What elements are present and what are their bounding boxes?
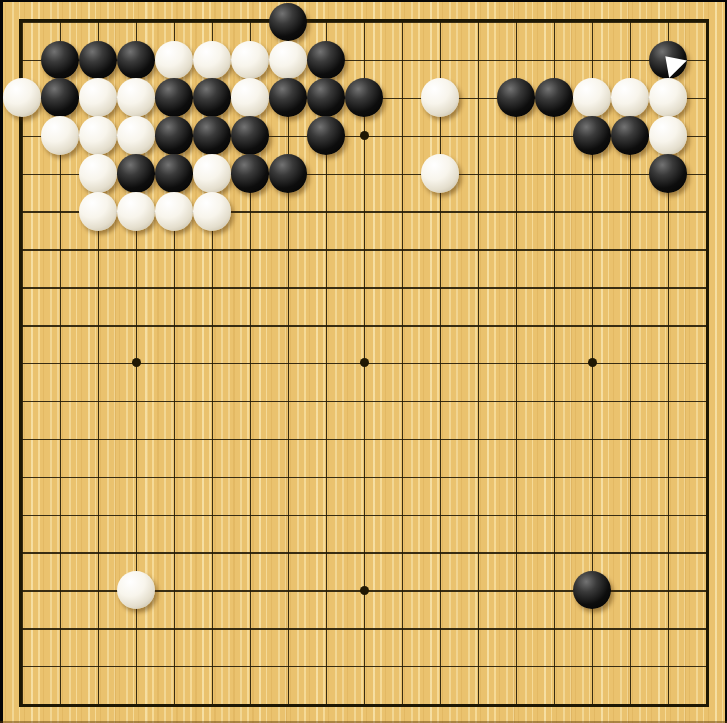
intersection-J9[interactable]: [307, 382, 345, 420]
intersection-M3[interactable]: [421, 609, 459, 647]
intersection-L4[interactable]: [383, 571, 421, 609]
intersection-B4[interactable]: [41, 571, 79, 609]
intersection-Q6[interactable]: [573, 495, 611, 533]
intersection-C19[interactable]: [79, 3, 117, 41]
intersection-G3[interactable]: [231, 609, 269, 647]
intersection-L18[interactable]: [383, 41, 421, 79]
intersection-G5[interactable]: [231, 533, 269, 571]
intersection-C7[interactable]: [79, 458, 117, 496]
intersection-M9[interactable]: [421, 382, 459, 420]
intersection-N8[interactable]: [459, 420, 497, 458]
intersection-D19[interactable]: [117, 3, 155, 41]
intersection-S6[interactable]: [649, 495, 687, 533]
intersection-D11[interactable]: [117, 306, 155, 344]
intersection-R5[interactable]: [611, 533, 649, 571]
intersection-G10[interactable]: [231, 344, 269, 382]
intersection-S15[interactable]: [649, 155, 687, 193]
intersection-H12[interactable]: [269, 268, 307, 306]
intersection-D1[interactable]: [117, 685, 155, 723]
intersection-L19[interactable]: [383, 3, 421, 41]
intersection-R14[interactable]: [611, 192, 649, 230]
intersection-N15[interactable]: [459, 155, 497, 193]
intersection-E19[interactable]: [155, 3, 193, 41]
intersection-N4[interactable]: [459, 571, 497, 609]
intersection-O8[interactable]: [497, 420, 535, 458]
intersection-T6[interactable]: [687, 495, 725, 533]
intersection-C16[interactable]: [79, 117, 117, 155]
intersection-F13[interactable]: [193, 230, 231, 268]
intersection-H9[interactable]: [269, 382, 307, 420]
intersection-Q4[interactable]: [573, 571, 611, 609]
intersection-O7[interactable]: [497, 458, 535, 496]
intersection-K17[interactable]: [345, 79, 383, 117]
intersection-O9[interactable]: [497, 382, 535, 420]
intersection-T4[interactable]: [687, 571, 725, 609]
intersection-C3[interactable]: [79, 609, 117, 647]
intersection-G18[interactable]: [231, 41, 269, 79]
intersection-L6[interactable]: [383, 495, 421, 533]
intersection-H10[interactable]: [269, 344, 307, 382]
intersection-K14[interactable]: [345, 192, 383, 230]
intersection-O4[interactable]: [497, 571, 535, 609]
intersection-A10[interactable]: [3, 344, 41, 382]
intersection-R12[interactable]: [611, 268, 649, 306]
intersection-K5[interactable]: [345, 533, 383, 571]
intersection-T1[interactable]: [687, 685, 725, 723]
intersection-D16[interactable]: [117, 117, 155, 155]
intersection-P14[interactable]: [535, 192, 573, 230]
intersection-P4[interactable]: [535, 571, 573, 609]
intersection-R7[interactable]: [611, 458, 649, 496]
intersection-H19[interactable]: [269, 3, 307, 41]
intersection-A3[interactable]: [3, 609, 41, 647]
intersection-M17[interactable]: [421, 79, 459, 117]
intersection-C8[interactable]: [79, 420, 117, 458]
intersection-R2[interactable]: [611, 647, 649, 685]
intersection-H14[interactable]: [269, 192, 307, 230]
intersection-A4[interactable]: [3, 571, 41, 609]
intersection-H8[interactable]: [269, 420, 307, 458]
intersection-H15[interactable]: [269, 155, 307, 193]
intersection-M19[interactable]: [421, 3, 459, 41]
intersection-C2[interactable]: [79, 647, 117, 685]
intersection-R16[interactable]: [611, 117, 649, 155]
intersection-L17[interactable]: [383, 79, 421, 117]
intersection-N18[interactable]: [459, 41, 497, 79]
intersection-B15[interactable]: [41, 155, 79, 193]
intersection-J13[interactable]: [307, 230, 345, 268]
intersection-K7[interactable]: [345, 458, 383, 496]
intersection-G15[interactable]: [231, 155, 269, 193]
intersection-B14[interactable]: [41, 192, 79, 230]
intersection-T13[interactable]: [687, 230, 725, 268]
intersection-M18[interactable]: [421, 41, 459, 79]
intersection-G17[interactable]: [231, 79, 269, 117]
intersection-S7[interactable]: [649, 458, 687, 496]
intersection-C18[interactable]: [79, 41, 117, 79]
intersection-B5[interactable]: [41, 533, 79, 571]
intersection-M15[interactable]: [421, 155, 459, 193]
intersection-C11[interactable]: [79, 306, 117, 344]
intersection-N1[interactable]: [459, 685, 497, 723]
intersection-M16[interactable]: [421, 117, 459, 155]
intersection-C15[interactable]: [79, 155, 117, 193]
intersection-J5[interactable]: [307, 533, 345, 571]
intersection-T8[interactable]: [687, 420, 725, 458]
intersection-B7[interactable]: [41, 458, 79, 496]
intersection-R19[interactable]: [611, 3, 649, 41]
intersection-O3[interactable]: [497, 609, 535, 647]
intersection-N7[interactable]: [459, 458, 497, 496]
intersection-J14[interactable]: [307, 192, 345, 230]
intersection-D10[interactable]: [117, 344, 155, 382]
intersection-H7[interactable]: [269, 458, 307, 496]
intersection-P15[interactable]: [535, 155, 573, 193]
intersection-Q12[interactable]: [573, 268, 611, 306]
intersection-N3[interactable]: [459, 609, 497, 647]
intersection-L8[interactable]: [383, 420, 421, 458]
intersection-D15[interactable]: [117, 155, 155, 193]
intersection-T17[interactable]: [687, 79, 725, 117]
intersection-E9[interactable]: [155, 382, 193, 420]
intersection-R13[interactable]: [611, 230, 649, 268]
intersection-F10[interactable]: [193, 344, 231, 382]
intersection-D2[interactable]: [117, 647, 155, 685]
intersection-H4[interactable]: [269, 571, 307, 609]
intersection-B16[interactable]: [41, 117, 79, 155]
intersection-J2[interactable]: [307, 647, 345, 685]
intersection-E13[interactable]: [155, 230, 193, 268]
intersection-F9[interactable]: [193, 382, 231, 420]
intersection-S5[interactable]: [649, 533, 687, 571]
intersection-Q1[interactable]: [573, 685, 611, 723]
intersection-Q2[interactable]: [573, 647, 611, 685]
intersection-A2[interactable]: [3, 647, 41, 685]
intersection-F7[interactable]: [193, 458, 231, 496]
intersection-D17[interactable]: [117, 79, 155, 117]
intersection-T3[interactable]: [687, 609, 725, 647]
intersection-P5[interactable]: [535, 533, 573, 571]
intersection-L15[interactable]: [383, 155, 421, 193]
intersection-R18[interactable]: [611, 41, 649, 79]
intersection-K11[interactable]: [345, 306, 383, 344]
intersection-Q10[interactable]: [573, 344, 611, 382]
intersection-Q3[interactable]: [573, 609, 611, 647]
intersection-B11[interactable]: [41, 306, 79, 344]
intersection-J6[interactable]: [307, 495, 345, 533]
intersection-A17[interactable]: [3, 79, 41, 117]
intersection-A13[interactable]: [3, 230, 41, 268]
intersection-H2[interactable]: [269, 647, 307, 685]
intersection-K6[interactable]: [345, 495, 383, 533]
intersection-T16[interactable]: [687, 117, 725, 155]
intersection-M1[interactable]: [421, 685, 459, 723]
intersection-F6[interactable]: [193, 495, 231, 533]
intersection-A7[interactable]: [3, 458, 41, 496]
intersection-F16[interactable]: [193, 117, 231, 155]
intersection-C10[interactable]: [79, 344, 117, 382]
intersection-Q5[interactable]: [573, 533, 611, 571]
intersection-N13[interactable]: [459, 230, 497, 268]
intersection-D4[interactable]: [117, 571, 155, 609]
intersection-J12[interactable]: [307, 268, 345, 306]
intersection-G14[interactable]: [231, 192, 269, 230]
intersection-S18[interactable]: [649, 41, 687, 79]
intersection-L7[interactable]: [383, 458, 421, 496]
intersection-H3[interactable]: [269, 609, 307, 647]
intersection-A18[interactable]: [3, 41, 41, 79]
intersection-T15[interactable]: [687, 155, 725, 193]
intersection-M14[interactable]: [421, 192, 459, 230]
intersection-E4[interactable]: [155, 571, 193, 609]
intersection-P18[interactable]: [535, 41, 573, 79]
intersection-E7[interactable]: [155, 458, 193, 496]
intersection-E18[interactable]: [155, 41, 193, 79]
intersection-G9[interactable]: [231, 382, 269, 420]
intersection-L14[interactable]: [383, 192, 421, 230]
intersection-S2[interactable]: [649, 647, 687, 685]
intersection-M12[interactable]: [421, 268, 459, 306]
intersection-N12[interactable]: [459, 268, 497, 306]
intersection-R3[interactable]: [611, 609, 649, 647]
intersection-S1[interactable]: [649, 685, 687, 723]
intersection-E1[interactable]: [155, 685, 193, 723]
intersection-F4[interactable]: [193, 571, 231, 609]
intersection-C1[interactable]: [79, 685, 117, 723]
intersection-N17[interactable]: [459, 79, 497, 117]
intersection-D5[interactable]: [117, 533, 155, 571]
intersection-A9[interactable]: [3, 382, 41, 420]
intersection-O2[interactable]: [497, 647, 535, 685]
intersection-D3[interactable]: [117, 609, 155, 647]
intersection-H13[interactable]: [269, 230, 307, 268]
intersection-Q18[interactable]: [573, 41, 611, 79]
intersection-B18[interactable]: [41, 41, 79, 79]
intersection-Q7[interactable]: [573, 458, 611, 496]
intersection-G13[interactable]: [231, 230, 269, 268]
intersection-O14[interactable]: [497, 192, 535, 230]
intersection-P10[interactable]: [535, 344, 573, 382]
intersection-Q17[interactable]: [573, 79, 611, 117]
intersection-N11[interactable]: [459, 306, 497, 344]
intersection-T18[interactable]: [687, 41, 725, 79]
intersection-C9[interactable]: [79, 382, 117, 420]
intersection-M13[interactable]: [421, 230, 459, 268]
intersection-C14[interactable]: [79, 192, 117, 230]
intersection-R9[interactable]: [611, 382, 649, 420]
intersection-L3[interactable]: [383, 609, 421, 647]
intersection-T9[interactable]: [687, 382, 725, 420]
intersection-E17[interactable]: [155, 79, 193, 117]
intersection-M10[interactable]: [421, 344, 459, 382]
intersection-S13[interactable]: [649, 230, 687, 268]
intersection-B2[interactable]: [41, 647, 79, 685]
intersection-S3[interactable]: [649, 609, 687, 647]
intersection-A11[interactable]: [3, 306, 41, 344]
intersection-D9[interactable]: [117, 382, 155, 420]
intersection-S9[interactable]: [649, 382, 687, 420]
intersection-H5[interactable]: [269, 533, 307, 571]
intersection-E3[interactable]: [155, 609, 193, 647]
intersection-Q19[interactable]: [573, 3, 611, 41]
intersection-S10[interactable]: [649, 344, 687, 382]
intersection-K1[interactable]: [345, 685, 383, 723]
intersection-G16[interactable]: [231, 117, 269, 155]
intersection-M2[interactable]: [421, 647, 459, 685]
intersection-E15[interactable]: [155, 155, 193, 193]
intersection-A16[interactable]: [3, 117, 41, 155]
intersection-H11[interactable]: [269, 306, 307, 344]
intersection-O13[interactable]: [497, 230, 535, 268]
intersection-O15[interactable]: [497, 155, 535, 193]
intersection-L2[interactable]: [383, 647, 421, 685]
intersection-J15[interactable]: [307, 155, 345, 193]
intersection-O18[interactable]: [497, 41, 535, 79]
intersection-P6[interactable]: [535, 495, 573, 533]
intersection-E14[interactable]: [155, 192, 193, 230]
intersection-P12[interactable]: [535, 268, 573, 306]
intersection-F1[interactable]: [193, 685, 231, 723]
intersection-C5[interactable]: [79, 533, 117, 571]
intersection-B19[interactable]: [41, 3, 79, 41]
intersection-F12[interactable]: [193, 268, 231, 306]
intersection-E10[interactable]: [155, 344, 193, 382]
intersection-J3[interactable]: [307, 609, 345, 647]
intersection-B8[interactable]: [41, 420, 79, 458]
intersection-K18[interactable]: [345, 41, 383, 79]
intersection-F18[interactable]: [193, 41, 231, 79]
intersection-N2[interactable]: [459, 647, 497, 685]
intersection-J1[interactable]: [307, 685, 345, 723]
intersection-Q14[interactable]: [573, 192, 611, 230]
intersection-A5[interactable]: [3, 533, 41, 571]
intersection-S14[interactable]: [649, 192, 687, 230]
intersection-P2[interactable]: [535, 647, 573, 685]
intersection-O12[interactable]: [497, 268, 535, 306]
intersection-L11[interactable]: [383, 306, 421, 344]
intersection-C6[interactable]: [79, 495, 117, 533]
intersection-T14[interactable]: [687, 192, 725, 230]
intersection-B6[interactable]: [41, 495, 79, 533]
intersection-L16[interactable]: [383, 117, 421, 155]
intersection-J7[interactable]: [307, 458, 345, 496]
intersection-R15[interactable]: [611, 155, 649, 193]
intersection-J10[interactable]: [307, 344, 345, 382]
intersection-K13[interactable]: [345, 230, 383, 268]
intersection-N19[interactable]: [459, 3, 497, 41]
intersection-B17[interactable]: [41, 79, 79, 117]
intersection-R11[interactable]: [611, 306, 649, 344]
intersection-Q16[interactable]: [573, 117, 611, 155]
intersection-S4[interactable]: [649, 571, 687, 609]
intersection-N6[interactable]: [459, 495, 497, 533]
intersection-R8[interactable]: [611, 420, 649, 458]
intersection-B12[interactable]: [41, 268, 79, 306]
intersection-Q11[interactable]: [573, 306, 611, 344]
intersection-K2[interactable]: [345, 647, 383, 685]
intersection-K8[interactable]: [345, 420, 383, 458]
intersection-O6[interactable]: [497, 495, 535, 533]
intersection-A12[interactable]: [3, 268, 41, 306]
intersection-J11[interactable]: [307, 306, 345, 344]
intersection-O10[interactable]: [497, 344, 535, 382]
intersection-M8[interactable]: [421, 420, 459, 458]
intersection-P11[interactable]: [535, 306, 573, 344]
intersection-Q9[interactable]: [573, 382, 611, 420]
intersection-F5[interactable]: [193, 533, 231, 571]
intersection-G6[interactable]: [231, 495, 269, 533]
intersection-R17[interactable]: [611, 79, 649, 117]
intersection-N10[interactable]: [459, 344, 497, 382]
intersection-G19[interactable]: [231, 3, 269, 41]
intersection-H6[interactable]: [269, 495, 307, 533]
intersection-C4[interactable]: [79, 571, 117, 609]
intersection-T12[interactable]: [687, 268, 725, 306]
intersection-M11[interactable]: [421, 306, 459, 344]
intersection-S16[interactable]: [649, 117, 687, 155]
intersection-S12[interactable]: [649, 268, 687, 306]
intersection-L12[interactable]: [383, 268, 421, 306]
intersection-A14[interactable]: [3, 192, 41, 230]
intersection-J18[interactable]: [307, 41, 345, 79]
intersection-O11[interactable]: [497, 306, 535, 344]
intersection-Q15[interactable]: [573, 155, 611, 193]
intersection-N14[interactable]: [459, 192, 497, 230]
intersection-F15[interactable]: [193, 155, 231, 193]
intersection-N16[interactable]: [459, 117, 497, 155]
intersection-L1[interactable]: [383, 685, 421, 723]
intersection-T10[interactable]: [687, 344, 725, 382]
intersection-D12[interactable]: [117, 268, 155, 306]
intersection-J17[interactable]: [307, 79, 345, 117]
intersection-D13[interactable]: [117, 230, 155, 268]
intersection-B1[interactable]: [41, 685, 79, 723]
intersection-L10[interactable]: [383, 344, 421, 382]
intersection-K3[interactable]: [345, 609, 383, 647]
intersection-P9[interactable]: [535, 382, 573, 420]
intersection-J4[interactable]: [307, 571, 345, 609]
intersection-P7[interactable]: [535, 458, 573, 496]
intersection-M4[interactable]: [421, 571, 459, 609]
intersection-A19[interactable]: [3, 3, 41, 41]
intersection-R4[interactable]: [611, 571, 649, 609]
intersection-J19[interactable]: [307, 3, 345, 41]
intersection-T2[interactable]: [687, 647, 725, 685]
intersection-K16[interactable]: [345, 117, 383, 155]
intersection-L9[interactable]: [383, 382, 421, 420]
intersection-E16[interactable]: [155, 117, 193, 155]
intersection-F14[interactable]: [193, 192, 231, 230]
intersection-E12[interactable]: [155, 268, 193, 306]
intersection-K15[interactable]: [345, 155, 383, 193]
intersection-P17[interactable]: [535, 79, 573, 117]
intersection-P8[interactable]: [535, 420, 573, 458]
intersection-C17[interactable]: [79, 79, 117, 117]
intersection-P19[interactable]: [535, 3, 573, 41]
intersection-F3[interactable]: [193, 609, 231, 647]
intersection-Q13[interactable]: [573, 230, 611, 268]
intersection-E8[interactable]: [155, 420, 193, 458]
intersection-D18[interactable]: [117, 41, 155, 79]
intersection-T5[interactable]: [687, 533, 725, 571]
intersection-T7[interactable]: [687, 458, 725, 496]
intersection-R6[interactable]: [611, 495, 649, 533]
intersection-F2[interactable]: [193, 647, 231, 685]
intersection-O17[interactable]: [497, 79, 535, 117]
intersection-P3[interactable]: [535, 609, 573, 647]
intersection-K19[interactable]: [345, 3, 383, 41]
intersection-D6[interactable]: [117, 495, 155, 533]
